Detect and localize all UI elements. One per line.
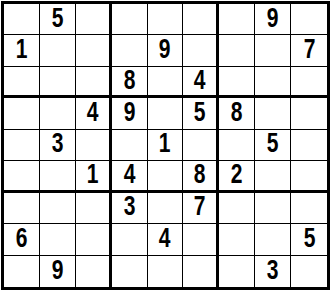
cell-r4c9[interactable] bbox=[291, 98, 327, 129]
cell-r5c7[interactable] bbox=[219, 130, 255, 161]
cell-r4c8[interactable] bbox=[255, 98, 291, 129]
cell-r8c3[interactable] bbox=[76, 224, 112, 255]
given-digit: 4 bbox=[159, 225, 171, 254]
cell-r6c7[interactable]: 2 bbox=[219, 161, 255, 192]
cell-r8c5[interactable]: 4 bbox=[148, 224, 184, 255]
cell-r9c9[interactable] bbox=[291, 256, 327, 287]
cell-r6c6[interactable]: 8 bbox=[183, 161, 219, 192]
given-digit: 5 bbox=[267, 130, 279, 159]
cell-r3c4[interactable]: 8 bbox=[112, 67, 148, 98]
cell-r8c1[interactable]: 6 bbox=[4, 224, 40, 255]
given-digit: 7 bbox=[303, 36, 315, 65]
cell-r9c8[interactable]: 3 bbox=[255, 256, 291, 287]
cell-r3c1[interactable] bbox=[4, 67, 40, 98]
cell-r9c6[interactable] bbox=[183, 256, 219, 287]
cell-r2c6[interactable] bbox=[183, 35, 219, 66]
cell-r7c8[interactable] bbox=[255, 193, 291, 224]
cell-r6c4[interactable]: 4 bbox=[112, 161, 148, 192]
cell-r2c4[interactable] bbox=[112, 35, 148, 66]
cell-r4c3[interactable]: 4 bbox=[76, 98, 112, 129]
cell-r7c7[interactable] bbox=[219, 193, 255, 224]
cell-r6c1[interactable] bbox=[4, 161, 40, 192]
cell-r7c3[interactable] bbox=[76, 193, 112, 224]
cell-r5c2[interactable]: 3 bbox=[40, 130, 76, 161]
cell-r8c4[interactable] bbox=[112, 224, 148, 255]
cell-r1c4[interactable] bbox=[112, 4, 148, 35]
given-digit: 3 bbox=[267, 257, 279, 286]
cell-r1c6[interactable] bbox=[183, 4, 219, 35]
given-digit: 7 bbox=[194, 193, 206, 222]
cell-r5c5[interactable]: 1 bbox=[148, 130, 184, 161]
cell-r3c6[interactable]: 4 bbox=[183, 67, 219, 98]
cell-r1c5[interactable] bbox=[148, 4, 184, 35]
given-digit: 4 bbox=[123, 161, 135, 190]
given-digit: 1 bbox=[159, 130, 171, 159]
cell-r1c9[interactable] bbox=[291, 4, 327, 35]
cell-r2c9[interactable]: 7 bbox=[291, 35, 327, 66]
cell-r6c3[interactable]: 1 bbox=[76, 161, 112, 192]
given-digit: 3 bbox=[123, 193, 135, 222]
cell-r9c1[interactable] bbox=[4, 256, 40, 287]
cell-r9c2[interactable]: 9 bbox=[40, 256, 76, 287]
cell-r7c2[interactable] bbox=[40, 193, 76, 224]
cell-r9c7[interactable] bbox=[219, 256, 255, 287]
cell-r5c8[interactable]: 5 bbox=[255, 130, 291, 161]
cell-r3c9[interactable] bbox=[291, 67, 327, 98]
cell-r7c1[interactable] bbox=[4, 193, 40, 224]
given-digit: 5 bbox=[194, 99, 206, 128]
given-digit: 5 bbox=[303, 225, 315, 254]
given-digit: 3 bbox=[51, 130, 63, 159]
given-digit: 8 bbox=[194, 161, 206, 190]
cell-r4c4[interactable]: 9 bbox=[112, 98, 148, 129]
cell-r4c6[interactable]: 5 bbox=[183, 98, 219, 129]
cell-r6c9[interactable] bbox=[291, 161, 327, 192]
cell-r2c5[interactable]: 9 bbox=[148, 35, 184, 66]
cell-r4c2[interactable] bbox=[40, 98, 76, 129]
cell-r1c2[interactable]: 5 bbox=[40, 4, 76, 35]
cell-r2c7[interactable] bbox=[219, 35, 255, 66]
cell-r2c1[interactable]: 1 bbox=[4, 35, 40, 66]
cell-r5c3[interactable] bbox=[76, 130, 112, 161]
cell-r1c3[interactable] bbox=[76, 4, 112, 35]
cell-r3c5[interactable] bbox=[148, 67, 184, 98]
cell-r8c6[interactable] bbox=[183, 224, 219, 255]
cell-r3c3[interactable] bbox=[76, 67, 112, 98]
given-digit: 9 bbox=[51, 257, 63, 286]
cell-r8c2[interactable] bbox=[40, 224, 76, 255]
cell-r5c6[interactable] bbox=[183, 130, 219, 161]
cell-r9c3[interactable] bbox=[76, 256, 112, 287]
cell-r7c5[interactable] bbox=[148, 193, 184, 224]
cell-r7c9[interactable] bbox=[291, 193, 327, 224]
cell-r9c5[interactable] bbox=[148, 256, 184, 287]
cell-r8c9[interactable]: 5 bbox=[291, 224, 327, 255]
cell-r1c1[interactable] bbox=[4, 4, 40, 35]
given-digit: 8 bbox=[123, 67, 135, 96]
cell-r1c8[interactable]: 9 bbox=[255, 4, 291, 35]
given-digit: 9 bbox=[159, 36, 171, 65]
given-digit: 4 bbox=[194, 67, 206, 96]
cell-r5c4[interactable] bbox=[112, 130, 148, 161]
cell-r8c8[interactable] bbox=[255, 224, 291, 255]
sudoku-board: 5919784495831514823764593 bbox=[1, 1, 330, 290]
cell-r2c3[interactable] bbox=[76, 35, 112, 66]
cell-r6c2[interactable] bbox=[40, 161, 76, 192]
cell-r4c1[interactable] bbox=[4, 98, 40, 129]
cell-r2c2[interactable] bbox=[40, 35, 76, 66]
cell-r5c9[interactable] bbox=[291, 130, 327, 161]
given-digit: 8 bbox=[231, 99, 243, 128]
given-digit: 9 bbox=[267, 5, 279, 34]
cell-r4c5[interactable] bbox=[148, 98, 184, 129]
given-digit: 1 bbox=[86, 161, 98, 190]
sudoku-puzzle: 5919784495831514823764593 bbox=[0, 0, 332, 292]
given-digit: 9 bbox=[123, 99, 135, 128]
cell-r4c7[interactable]: 8 bbox=[219, 98, 255, 129]
cell-r7c4[interactable]: 3 bbox=[112, 193, 148, 224]
cell-r1c7[interactable] bbox=[219, 4, 255, 35]
given-digit: 5 bbox=[51, 5, 63, 34]
given-digit: 6 bbox=[16, 225, 28, 254]
cell-r8c7[interactable] bbox=[219, 224, 255, 255]
cell-r6c5[interactable] bbox=[148, 161, 184, 192]
cell-r3c8[interactable] bbox=[255, 67, 291, 98]
given-digit: 4 bbox=[86, 99, 98, 128]
cell-r7c6[interactable]: 7 bbox=[183, 193, 219, 224]
cell-r3c7[interactable] bbox=[219, 67, 255, 98]
cell-r6c8[interactable] bbox=[255, 161, 291, 192]
cell-r9c4[interactable] bbox=[112, 256, 148, 287]
given-digit: 1 bbox=[16, 36, 28, 65]
cell-r5c1[interactable] bbox=[4, 130, 40, 161]
cell-r3c2[interactable] bbox=[40, 67, 76, 98]
given-digit: 2 bbox=[231, 161, 243, 190]
cell-r2c8[interactable] bbox=[255, 35, 291, 66]
